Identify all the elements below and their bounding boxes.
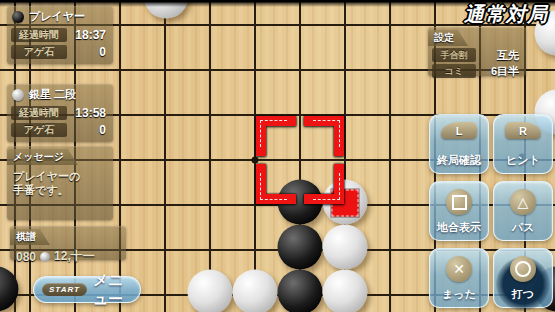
elapsed-time-row: 経過時間 13:58 — [11, 105, 109, 120]
captures-value: 0 — [67, 123, 109, 137]
triangle-button-icon: △ — [510, 189, 536, 215]
cursor-corner-icon — [256, 164, 296, 204]
white-stone — [188, 270, 233, 312]
kifu-header: 棋譜 — [10, 229, 50, 245]
pass-button[interactable]: △ パス — [493, 181, 553, 241]
cursor-corner-icon — [304, 164, 344, 204]
message-header: メッセージ — [7, 149, 78, 165]
cursor-corner-icon — [304, 116, 344, 156]
white-stone — [233, 270, 278, 312]
white-stone — [323, 270, 368, 312]
hint-button[interactable]: R ヒント — [493, 114, 553, 174]
end-game-button[interactable]: L 終局確認 — [429, 114, 489, 174]
start-badge: START — [42, 283, 87, 296]
page-title: 通常対局 — [464, 1, 548, 28]
l-shoulder-icon: L — [441, 122, 477, 139]
placement-cursor — [256, 116, 344, 204]
captures-row: アゲ石 0 — [11, 122, 109, 137]
menu-button[interactable]: START メニュー — [33, 276, 141, 303]
handicap-row: 手合割 互先 — [432, 48, 522, 62]
kifu-last-move: 080 12,十一 — [10, 245, 126, 268]
cursor-corner-icon — [256, 116, 296, 156]
action-button-grid: L 終局確認 R ヒント 地合表示 △ パス ✕ まった — [429, 114, 553, 308]
territory-display-button[interactable]: 地合表示 — [429, 181, 489, 241]
white-stone-icon — [12, 89, 24, 101]
player-name: プレイヤー — [29, 9, 85, 24]
square-button-icon — [446, 189, 472, 215]
player-white-panel: 銀星 二段 経過時間 13:58 アゲ石 0 — [7, 84, 113, 142]
black-stone — [278, 225, 323, 270]
black-stone-icon — [12, 11, 24, 23]
handicap-value: 互先 — [476, 48, 522, 63]
black-stone — [0, 267, 19, 312]
komi-row: コミ 6目半 — [432, 64, 522, 78]
undo-button[interactable]: ✕ まった — [429, 248, 489, 308]
captures-row: アゲ石 0 — [11, 44, 109, 59]
player-name: 銀星 二段 — [29, 87, 76, 102]
message-panel: メッセージ プレイヤーの 手番です。 — [7, 146, 113, 220]
white-stone-icon — [40, 252, 50, 262]
elapsed-time-row: 経過時間 18:37 — [11, 27, 109, 42]
kifu-move-number: 080 — [16, 250, 36, 264]
elapsed-time-value: 13:58 — [67, 106, 109, 120]
kifu-panel: 棋譜 080 12,十一 — [10, 226, 126, 260]
game-screen: 通常対局 プレイヤー 経過時間 18:37 アゲ石 0 銀星 二段 経過時間 1… — [0, 0, 555, 312]
message-text: プレイヤーの 手番です。 — [7, 165, 113, 201]
settings-panel: 設定 手合割 互先 コミ 6目半 — [428, 27, 526, 76]
settings-header: 設定 — [428, 30, 468, 46]
cross-button-icon: ✕ — [446, 256, 472, 282]
play-stone-button[interactable]: 打つ — [493, 248, 553, 308]
captures-value: 0 — [67, 45, 109, 59]
r-shoulder-icon: R — [505, 122, 541, 139]
player-black-panel: プレイヤー 経過時間 18:37 アゲ石 0 — [7, 6, 113, 64]
white-stone — [323, 225, 368, 270]
kifu-coord: 12,十一 — [54, 248, 95, 265]
circle-button-icon — [510, 256, 536, 282]
black-stone — [278, 270, 323, 312]
elapsed-time-value: 18:37 — [67, 28, 109, 42]
komi-value: 6目半 — [476, 64, 522, 79]
